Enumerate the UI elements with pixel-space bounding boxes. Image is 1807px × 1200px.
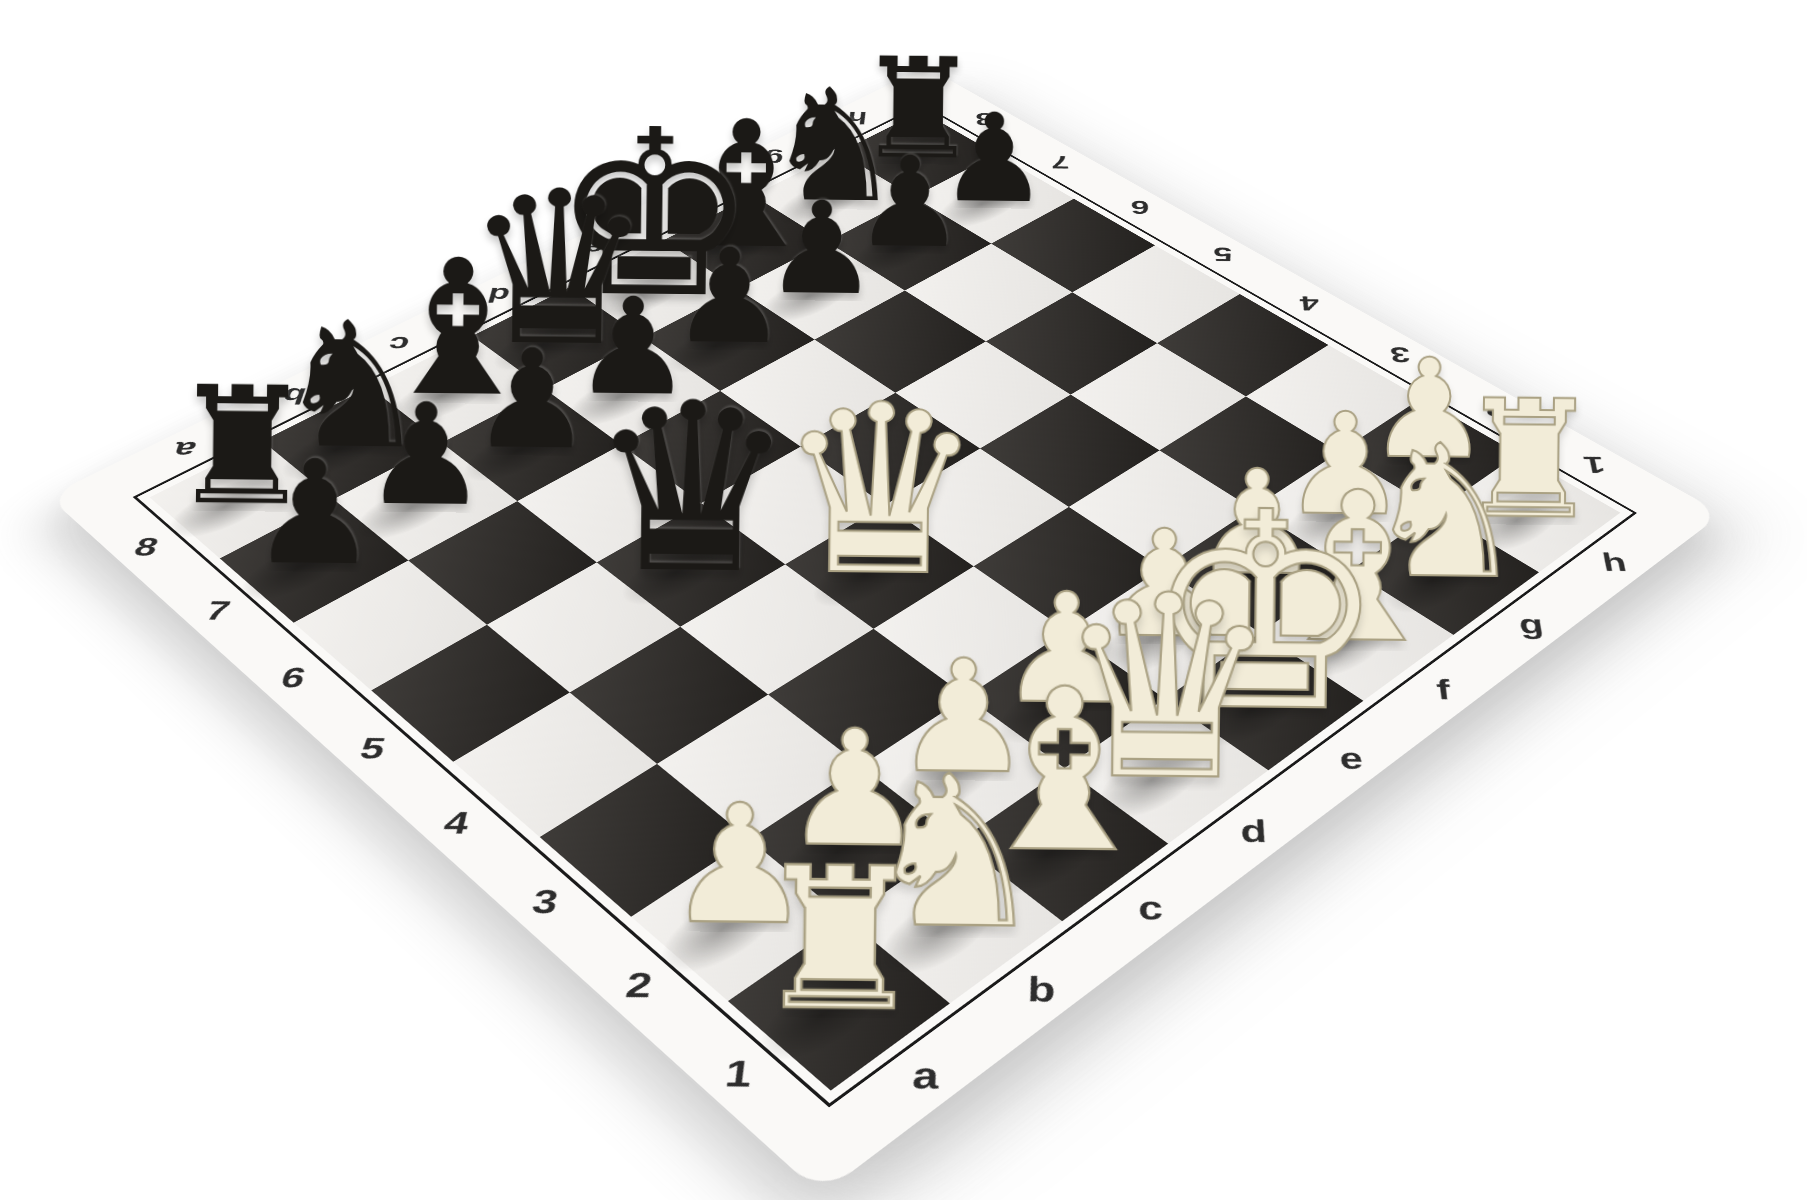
file-label-a-near: a xyxy=(911,1057,939,1095)
rank-label-7-right: 7 xyxy=(1051,153,1070,171)
file-label-h-far: h xyxy=(846,109,868,126)
file-label-g-near: g xyxy=(1517,611,1546,638)
rank-label-3-right: 3 xyxy=(1389,344,1412,366)
file-label-g-far: g xyxy=(762,150,785,168)
rank-label-8-right: 8 xyxy=(975,111,994,128)
file-label-h-near: h xyxy=(1600,549,1629,575)
rank-label-7-left: 7 xyxy=(202,597,234,624)
file-label-b-near: b xyxy=(1027,972,1056,1007)
file-label-c-near: c xyxy=(1138,891,1163,924)
file-label-f-near: f xyxy=(1435,675,1452,703)
rank-label-5-left: 5 xyxy=(357,733,389,763)
rank-label-4-right: 4 xyxy=(1299,293,1320,314)
chess-set-photo: aabbccddeeffgghh1122334455667788 ♜♞♟♝♟♚♟… xyxy=(0,0,1807,1200)
perspective-stage: aabbccddeeffgghh1122334455667788 ♜♞♟♝♟♚♟… xyxy=(0,0,1807,1200)
rank-label-6-left: 6 xyxy=(278,663,310,691)
rank-label-3-left: 3 xyxy=(530,885,561,918)
rank-label-2-left: 2 xyxy=(624,968,655,1003)
rank-label-1-left: 1 xyxy=(723,1055,754,1092)
rank-label-6-right: 6 xyxy=(1131,198,1150,217)
rank-label-8-left: 8 xyxy=(131,534,162,559)
file-label-e-near: e xyxy=(1338,744,1364,774)
rank-label-5-right: 5 xyxy=(1213,245,1233,265)
chess-board: aabbccddeeffgghh1122334455667788 ♜♞♟♝♟♚♟… xyxy=(48,67,1722,1195)
file-label-d-near: d xyxy=(1240,815,1268,847)
rank-label-4-left: 4 xyxy=(441,807,472,838)
